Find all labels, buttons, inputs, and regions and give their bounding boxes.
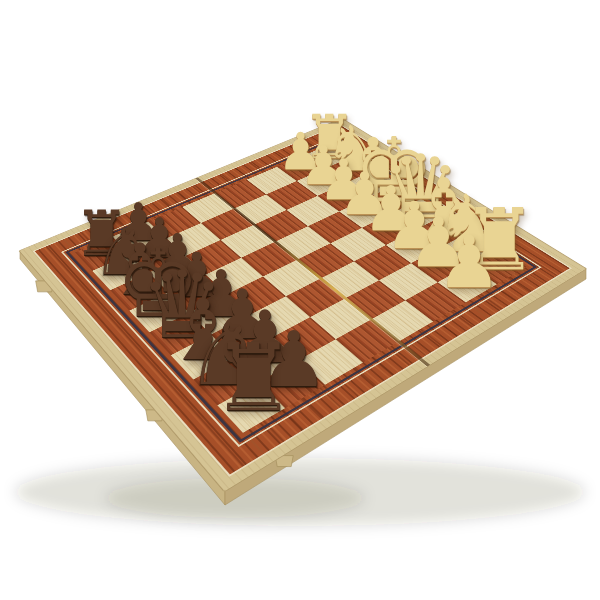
piece-white-pawn-a2[interactable]: ♟: [437, 226, 502, 298]
piece-black-rook-a8[interactable]: ♜: [212, 332, 295, 425]
chess-set-photo: ♜♞♝♛♚♝♞♜♟♟♟♟♟♟♟♟♟♟♟♟♟♟♟♟♜♞♝♛♚♝♞♜: [0, 0, 600, 600]
